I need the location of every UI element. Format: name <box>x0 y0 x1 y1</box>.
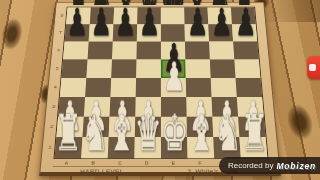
piece-black-pawn-g7[interactable]: ♟ <box>210 4 231 42</box>
piece-black-pawn-a7[interactable]: ♟ <box>66 4 87 42</box>
piece-black-king-e8[interactable]: ♚ <box>160 0 185 24</box>
file-label-a: A <box>53 159 80 166</box>
square-e4[interactable]: ♟ <box>161 78 186 97</box>
square-f7[interactable]: ♟ <box>185 24 209 41</box>
square-d6[interactable] <box>136 42 160 60</box>
piece-black-pawn-c7[interactable]: ♟ <box>114 4 135 42</box>
piece-black-pawn-f7[interactable]: ♟ <box>186 4 207 42</box>
piece-white-bishop-f1[interactable]: ♝ <box>187 108 215 158</box>
board-grid: ♜♞♝♛♚♝♞♜♟♟♟♟♟♟♟♟♟♟♟♟♟♟♟♟♜♞♝♛♚♝♞♜ <box>53 7 268 159</box>
square-d1[interactable]: ♛ <box>134 137 161 158</box>
file-label-f: F <box>187 159 214 166</box>
square-e1[interactable]: ♚ <box>161 137 188 158</box>
mobizen-recorder-widget[interactable] <box>307 56 320 79</box>
square-a6[interactable] <box>63 42 89 60</box>
square-g6[interactable] <box>209 42 234 60</box>
square-d5[interactable] <box>136 59 161 77</box>
piece-black-pawn-d7[interactable]: ♟ <box>138 4 159 42</box>
piece-black-pawn-h7[interactable]: ♟ <box>235 4 256 42</box>
file-label-b: B <box>80 159 107 166</box>
square-e8[interactable]: ♚ <box>161 7 185 24</box>
square-b7[interactable]: ♟ <box>89 24 114 41</box>
square-f6[interactable] <box>185 42 210 60</box>
square-h5[interactable] <box>234 59 260 77</box>
square-c7[interactable]: ♟ <box>113 24 137 41</box>
piece-white-knight-g1[interactable]: ♞ <box>214 108 242 158</box>
file-label-d: D <box>133 159 160 166</box>
square-c6[interactable] <box>112 42 137 60</box>
square-g1[interactable]: ♞ <box>213 137 241 158</box>
square-a5[interactable] <box>61 59 87 77</box>
level-label: HARD LEVEL <box>80 169 124 175</box>
piece-white-rook-h1[interactable]: ♜ <box>240 108 268 158</box>
piece-white-pawn-e4[interactable]: ♟ <box>162 57 184 97</box>
square-h1[interactable]: ♜ <box>239 137 267 158</box>
piece-white-queen-d1[interactable]: ♛ <box>134 108 162 158</box>
file-label-c: C <box>106 159 133 166</box>
square-d7[interactable]: ♟ <box>137 24 161 41</box>
record-icon <box>309 64 316 71</box>
square-b1[interactable]: ♞ <box>81 137 109 158</box>
square-g5[interactable] <box>210 59 236 77</box>
square-b5[interactable] <box>86 59 112 77</box>
square-c1[interactable]: ♝ <box>108 137 135 158</box>
watermark-text: Recorded by <box>228 161 273 170</box>
screen: 87654321 ♜♞♝♛♚♝♞♜♟♟♟♟♟♟♟♟♟♟♟♟♟♟♟♟♜♞♝♛♚♝♞… <box>0 0 320 180</box>
piece-white-king-e1[interactable]: ♚ <box>160 108 188 158</box>
square-c5[interactable] <box>111 59 136 77</box>
square-h6[interactable] <box>233 42 259 60</box>
square-b6[interactable] <box>88 42 113 60</box>
piece-white-knight-b1[interactable]: ♞ <box>80 108 108 158</box>
square-h7[interactable]: ♟ <box>232 24 257 41</box>
square-a1[interactable]: ♜ <box>55 137 83 158</box>
square-f5[interactable] <box>185 59 210 77</box>
file-label-e: E <box>160 159 187 166</box>
piece-black-pawn-b7[interactable]: ♟ <box>90 4 111 42</box>
chess-board: 87654321 ♜♞♝♛♚♝♞♜♟♟♟♟♟♟♟♟♟♟♟♟♟♟♟♟♜♞♝♛♚♝♞… <box>39 2 281 176</box>
recording-watermark: Recorded by Mobizen <box>219 157 320 174</box>
piece-white-rook-a1[interactable]: ♜ <box>54 108 82 158</box>
square-a7[interactable]: ♟ <box>65 24 90 41</box>
square-g7[interactable]: ♟ <box>208 24 233 41</box>
mobizen-logo: Mobizen <box>276 161 316 171</box>
piece-white-bishop-c1[interactable]: ♝ <box>107 108 135 158</box>
square-f1[interactable]: ♝ <box>187 137 214 158</box>
